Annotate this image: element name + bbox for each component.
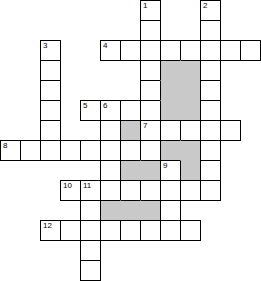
cell-r3-c2[interactable] [40,60,61,81]
cell-r7-c4[interactable] [80,140,101,161]
shaded-cell-r8-c6 [120,160,141,181]
clue-number-7: 7 [143,122,147,130]
shaded-cell-r10-c7 [140,200,161,221]
cell-r10-c4[interactable] [80,200,101,221]
cell-r8-c8[interactable]: 9 [160,160,181,181]
shaded-cell-r3-c9 [180,60,201,81]
cell-r6-c9[interactable] [180,120,201,141]
cell-r9-c5[interactable] [100,180,121,201]
cell-r3-c10[interactable] [200,60,221,81]
cell-r11-c5[interactable] [100,220,121,241]
cell-r2-c9[interactable] [180,40,201,61]
cell-r11-c6[interactable] [120,220,141,241]
cell-r2-c11[interactable] [220,40,241,61]
cell-r6-c8[interactable] [160,120,181,141]
cell-r6-c11[interactable] [220,120,241,141]
shaded-cell-r10-c5 [100,200,121,221]
clue-number-4: 4 [103,42,107,50]
cell-r1-c7[interactable] [140,20,161,41]
cell-r2-c10[interactable] [200,40,221,61]
cell-r13-c4[interactable] [80,260,101,281]
shaded-cell-r3-c8 [160,60,181,81]
cell-r11-c8[interactable] [160,220,181,241]
cell-r12-c4[interactable] [80,240,101,261]
cell-r11-c4[interactable] [80,220,101,241]
cell-r11-c9[interactable] [180,220,201,241]
shaded-cell-r4-c9 [180,80,201,101]
cell-r7-c3[interactable] [60,140,81,161]
cell-r0-c10[interactable]: 2 [200,0,221,21]
cell-r9-c8[interactable] [160,180,181,201]
cell-r5-c10[interactable] [200,100,221,121]
crossword-grid: 123456789101112 [0,0,261,281]
cell-r5-c7[interactable] [140,100,161,121]
cell-r10-c8[interactable] [160,200,181,221]
cell-r9-c7[interactable] [140,180,161,201]
cell-r11-c3[interactable] [60,220,81,241]
cell-r1-c10[interactable] [200,20,221,41]
cell-r5-c6[interactable] [120,100,141,121]
shaded-cell-r4-c8 [160,80,181,101]
crossword-puzzle: 123456789101112 [0,0,261,281]
clue-number-2: 2 [203,2,207,10]
cell-r5-c5[interactable]: 6 [100,100,121,121]
clue-number-5: 5 [83,102,87,110]
cell-r6-c7[interactable]: 7 [140,120,161,141]
shaded-cell-r7-c8 [160,140,181,161]
cell-r7-c1[interactable] [20,140,41,161]
clue-number-12: 12 [43,222,52,230]
cell-r6-c5[interactable] [100,120,121,141]
shaded-cell-r5-c8 [160,100,181,121]
clue-number-11: 11 [83,182,91,190]
cell-r8-c5[interactable] [100,160,121,181]
cell-r9-c10[interactable] [200,180,221,201]
cell-r2-c8[interactable] [160,40,181,61]
cell-r7-c6[interactable] [120,140,141,161]
cell-r11-c2[interactable]: 12 [40,220,61,241]
clue-number-9: 9 [163,162,167,170]
cell-r8-c10[interactable] [200,160,221,181]
cell-r6-c10[interactable] [200,120,221,141]
shaded-cell-r6-c6 [120,120,141,141]
cell-r2-c7[interactable] [140,40,161,61]
cell-r7-c0[interactable]: 8 [0,140,21,161]
clue-number-10: 10 [63,182,72,190]
cell-r6-c2[interactable] [40,120,61,141]
cell-r2-c6[interactable] [120,40,141,61]
cell-r7-c10[interactable] [200,140,221,161]
cell-r9-c3[interactable]: 10 [60,180,81,201]
shaded-cell-r8-c9 [180,160,201,181]
cell-r4-c2[interactable] [40,80,61,101]
cell-r4-c7[interactable] [140,80,161,101]
shaded-cell-r8-c7 [140,160,161,181]
cell-r0-c7[interactable]: 1 [140,0,161,21]
cell-r9-c9[interactable] [180,180,201,201]
clue-number-8: 8 [3,142,7,150]
cell-r5-c2[interactable] [40,100,61,121]
cell-r2-c12[interactable] [240,40,261,61]
clue-number-3: 3 [43,42,47,50]
cell-r7-c2[interactable] [40,140,61,161]
cell-r9-c6[interactable] [120,180,141,201]
shaded-cell-r5-c9 [180,100,201,121]
cell-r3-c7[interactable] [140,60,161,81]
cell-r4-c10[interactable] [200,80,221,101]
cell-r7-c5[interactable] [100,140,121,161]
cell-r2-c5[interactable]: 4 [100,40,121,61]
cell-r2-c2[interactable]: 3 [40,40,61,61]
shaded-cell-r10-c6 [120,200,141,221]
cell-r5-c4[interactable]: 5 [80,100,101,121]
clue-number-1: 1 [143,2,147,10]
clue-number-6: 6 [103,102,107,110]
shaded-cell-r7-c9 [180,140,201,161]
cell-r9-c4[interactable]: 11 [80,180,101,201]
cell-r7-c7[interactable] [140,140,161,161]
cell-r11-c7[interactable] [140,220,161,241]
